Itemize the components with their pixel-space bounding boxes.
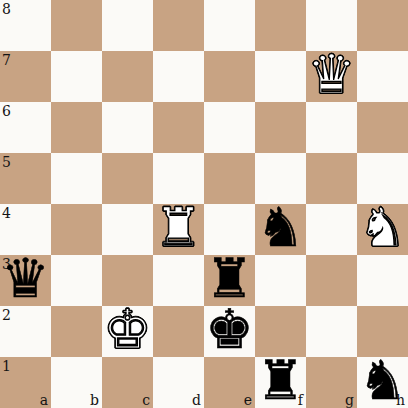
square-f5[interactable] <box>255 153 306 204</box>
square-a8[interactable]: 8 <box>0 0 51 51</box>
square-e2[interactable]: ♚ <box>204 306 255 357</box>
file-label-d: d <box>192 393 201 407</box>
file-label-e: e <box>244 393 252 407</box>
rank-label-2: 2 <box>2 308 11 322</box>
white-queen-icon: ♛ <box>307 48 355 102</box>
rank-label-8: 8 <box>2 2 11 16</box>
square-b1[interactable]: b <box>51 357 102 408</box>
rank-label-3: 3 <box>2 257 11 271</box>
square-f4[interactable]: ♞ <box>255 204 306 255</box>
file-label-f: f <box>298 393 303 407</box>
square-a4[interactable]: 4 <box>0 204 51 255</box>
square-g6[interactable] <box>306 102 357 153</box>
black-knight-icon: ♞ <box>256 201 304 255</box>
square-e3[interactable]: ♜ <box>204 255 255 306</box>
file-label-b: b <box>90 393 99 407</box>
file-label-h: h <box>396 393 405 407</box>
square-h6[interactable] <box>357 102 408 153</box>
square-f8[interactable] <box>255 0 306 51</box>
square-c8[interactable] <box>102 0 153 51</box>
file-label-a: a <box>40 393 48 407</box>
file-label-g: g <box>345 393 354 407</box>
square-b2[interactable] <box>51 306 102 357</box>
rank-label-6: 6 <box>2 104 11 118</box>
square-b7[interactable] <box>51 51 102 102</box>
square-g3[interactable] <box>306 255 357 306</box>
square-f3[interactable] <box>255 255 306 306</box>
square-g7[interactable]: ♛ <box>306 51 357 102</box>
square-h5[interactable] <box>357 153 408 204</box>
square-g5[interactable] <box>306 153 357 204</box>
square-a2[interactable]: 2 <box>0 306 51 357</box>
white-rook-icon: ♜ <box>154 201 202 255</box>
square-e8[interactable] <box>204 0 255 51</box>
square-a6[interactable]: 6 <box>0 102 51 153</box>
square-c4[interactable] <box>102 204 153 255</box>
white-king-icon: ♚ <box>103 303 151 357</box>
square-a5[interactable]: 5 <box>0 153 51 204</box>
square-e7[interactable] <box>204 51 255 102</box>
square-h4[interactable]: ♞ <box>357 204 408 255</box>
rank-label-1: 1 <box>2 359 11 373</box>
square-c3[interactable] <box>102 255 153 306</box>
square-g2[interactable] <box>306 306 357 357</box>
square-d1[interactable]: d <box>153 357 204 408</box>
square-b3[interactable] <box>51 255 102 306</box>
black-king-icon: ♚ <box>205 303 253 357</box>
black-rook-icon: ♜ <box>205 252 253 306</box>
square-h7[interactable] <box>357 51 408 102</box>
square-d5[interactable] <box>153 153 204 204</box>
white-knight-icon: ♞ <box>358 201 406 255</box>
square-c5[interactable] <box>102 153 153 204</box>
square-e5[interactable] <box>204 153 255 204</box>
square-c7[interactable] <box>102 51 153 102</box>
square-h1[interactable]: h♞ <box>357 357 408 408</box>
square-d2[interactable] <box>153 306 204 357</box>
square-c6[interactable] <box>102 102 153 153</box>
square-d7[interactable] <box>153 51 204 102</box>
square-f1[interactable]: f♜ <box>255 357 306 408</box>
square-g1[interactable]: g <box>306 357 357 408</box>
square-f2[interactable] <box>255 306 306 357</box>
rank-label-7: 7 <box>2 53 11 67</box>
square-d6[interactable] <box>153 102 204 153</box>
square-e4[interactable] <box>204 204 255 255</box>
rank-label-5: 5 <box>2 155 11 169</box>
square-e6[interactable] <box>204 102 255 153</box>
square-h3[interactable] <box>357 255 408 306</box>
square-c2[interactable]: ♚ <box>102 306 153 357</box>
square-a7[interactable]: 7 <box>0 51 51 102</box>
square-a1[interactable]: 1a <box>0 357 51 408</box>
square-b8[interactable] <box>51 0 102 51</box>
square-h8[interactable] <box>357 0 408 51</box>
square-f7[interactable] <box>255 51 306 102</box>
square-g4[interactable] <box>306 204 357 255</box>
square-a3[interactable]: 3♛ <box>0 255 51 306</box>
rank-label-4: 4 <box>2 206 11 220</box>
chess-board: 87♛654♜♞♞3♛♜2♚♚1abcdef♜gh♞ <box>0 0 408 408</box>
square-d8[interactable] <box>153 0 204 51</box>
square-c1[interactable]: c <box>102 357 153 408</box>
square-d4[interactable]: ♜ <box>153 204 204 255</box>
square-e1[interactable]: e <box>204 357 255 408</box>
square-g8[interactable] <box>306 0 357 51</box>
square-d3[interactable] <box>153 255 204 306</box>
file-label-c: c <box>142 393 150 407</box>
square-b4[interactable] <box>51 204 102 255</box>
square-f6[interactable] <box>255 102 306 153</box>
square-h2[interactable] <box>357 306 408 357</box>
square-b6[interactable] <box>51 102 102 153</box>
square-b5[interactable] <box>51 153 102 204</box>
